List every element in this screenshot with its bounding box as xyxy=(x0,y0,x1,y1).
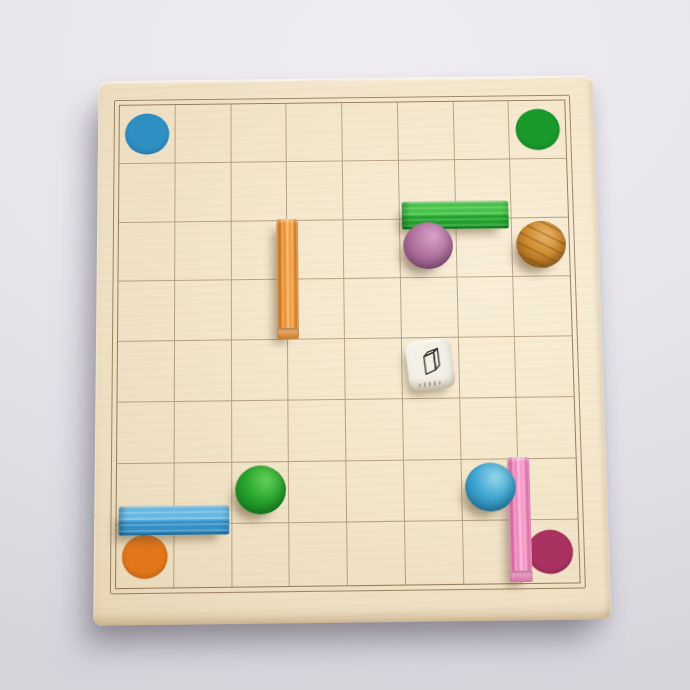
grid-cell xyxy=(510,159,568,218)
grid-cell xyxy=(289,400,347,462)
grid-cell xyxy=(513,276,571,337)
grid-cell xyxy=(287,161,344,220)
grid-frame xyxy=(110,95,586,595)
grid-cell xyxy=(118,281,175,342)
grid-cell xyxy=(175,281,232,342)
grid-cell xyxy=(458,337,516,398)
grid-cell xyxy=(119,163,175,222)
grid-cell xyxy=(346,460,404,523)
grid-cell xyxy=(405,521,464,584)
grid-cell xyxy=(289,523,347,586)
grid-cell xyxy=(344,278,401,339)
grid-cell xyxy=(175,221,231,281)
grid-cell xyxy=(288,339,345,400)
grid-cell xyxy=(401,278,459,339)
grid-cell xyxy=(232,523,290,586)
grid-cell xyxy=(343,161,400,220)
grid-cell xyxy=(515,336,574,397)
grid-cell xyxy=(460,398,519,460)
grid-cell xyxy=(118,341,175,402)
grid-cell xyxy=(117,402,175,464)
grid-cell xyxy=(175,163,231,222)
grid-cell xyxy=(403,398,461,460)
grid-cell xyxy=(287,103,343,162)
grid-cell xyxy=(347,522,406,585)
grid-cell xyxy=(457,277,515,338)
grid-cell xyxy=(232,400,289,462)
grid-cell xyxy=(453,101,510,160)
grid-cell xyxy=(346,399,404,461)
grid-cell xyxy=(231,340,288,401)
game-board xyxy=(93,75,611,625)
grid-cell xyxy=(289,461,347,524)
photo-background xyxy=(0,0,690,690)
grid-cell xyxy=(175,340,232,401)
grid-cell xyxy=(344,219,401,279)
grid-cell xyxy=(231,104,287,163)
grid-cell xyxy=(118,222,175,282)
barrier-stick-blue[interactable] xyxy=(118,505,228,536)
grid-cell xyxy=(345,338,403,399)
board-surface xyxy=(93,75,611,625)
grid-cell xyxy=(398,102,455,161)
grid-cell xyxy=(404,459,463,522)
grid-cell xyxy=(175,104,231,163)
grid-cell xyxy=(517,397,576,459)
grid-cell xyxy=(342,102,399,161)
barrier-stick-orange[interactable] xyxy=(276,218,299,338)
grid xyxy=(115,100,581,590)
die[interactable] xyxy=(405,338,457,393)
grid-cell xyxy=(174,401,231,463)
die-symbol-stick-icon xyxy=(415,345,446,380)
grid-cell xyxy=(231,162,287,221)
